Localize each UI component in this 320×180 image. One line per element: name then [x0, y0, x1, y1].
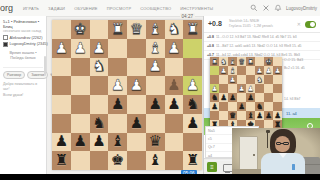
square-f2[interactable]: ♟ — [90, 39, 109, 58]
white-rook: ♜ — [247, 58, 254, 66]
square-h6[interactable] — [52, 114, 71, 133]
square-h4[interactable] — [52, 76, 71, 95]
square-e8[interactable]: ♚ — [108, 151, 127, 170]
square-f6: ♞ — [255, 102, 264, 111]
black-pawn: ♟ — [130, 116, 143, 131]
black-queen: ♛ — [229, 112, 236, 120]
nav-item-community[interactable]: СООБЩЕСТВО — [140, 6, 171, 11]
move-text: Qc7 — [208, 145, 215, 149]
square-d2 — [237, 66, 246, 75]
square-a6: ♟ — [210, 102, 219, 111]
lichess-app: lichess.org ИГРАТЬ ЗАДАЧИ ОБУЧЕНИЕ ПРОСМ… — [0, 0, 320, 174]
square-e1[interactable]: ♜ — [108, 20, 127, 39]
game-sidebar: 5+1 • Рейтинговая • Блиц несколько часов… — [0, 16, 47, 174]
white-bishop: ♝ — [148, 22, 161, 37]
square-g1: ♚ — [264, 57, 273, 66]
square-b2: ♟ — [219, 66, 228, 75]
black-pawn: ♟ — [256, 112, 263, 120]
square-h3 — [273, 75, 282, 84]
top-nav: lichess.org ИГРАТЬ ЗАДАЧИ ОБУЧЕНИЕ ПРОСМ… — [0, 0, 320, 17]
white-knight: ♞ — [256, 76, 263, 84]
square-f5 — [255, 93, 264, 102]
square-f3[interactable]: ♞ — [90, 58, 109, 77]
game-meta: 5+1 • Рейтинговая • Блиц — [3, 19, 43, 29]
notifications-bell-icon[interactable] — [274, 4, 282, 12]
line2-eval: +0.8 — [207, 44, 214, 48]
square-f7: ♟ — [255, 111, 264, 120]
black-king: ♚ — [111, 153, 124, 168]
tab-chat[interactable]: Разговор — [3, 71, 25, 79]
square-c1: ♝ — [228, 57, 237, 66]
square-a1[interactable]: ♜ — [183, 20, 202, 39]
nav-item-puzzles[interactable]: ЗАДАЧИ — [48, 6, 65, 11]
square-a4[interactable]: ♟ — [183, 76, 202, 95]
white-rook: ♜ — [211, 58, 218, 66]
square-d7 — [237, 111, 246, 120]
chess-board[interactable]: ♚♜♛♝♞♜♟♟♟♝♟♞♟♟♟♟♟♟♟♟♞♞♟♟♟♟♟♝♛♜♚♝♜ — [52, 20, 202, 170]
square-d7[interactable] — [127, 133, 146, 152]
sidebar-scrollbar[interactable] — [44, 56, 46, 76]
white-pawn: ♟ — [238, 85, 245, 93]
square-f1[interactable] — [90, 20, 109, 39]
ghost-piece: ♟ — [167, 78, 180, 93]
black-pawn: ♟ — [211, 103, 218, 111]
square-b4 — [219, 84, 228, 93]
square-d5[interactable] — [127, 95, 146, 114]
square-d4: ♟ — [237, 84, 246, 93]
square-d3[interactable] — [127, 58, 146, 77]
square-d8[interactable] — [127, 151, 146, 170]
black-pawn: ♟ — [247, 94, 254, 102]
square-c6 — [228, 102, 237, 111]
square-c5: ♟ — [228, 93, 237, 102]
white-knight: ♞ — [92, 59, 105, 74]
square-a5[interactable]: ♞ — [183, 95, 202, 114]
move-text: Na5 — [208, 129, 215, 133]
white-king: ♚ — [265, 58, 272, 66]
engine-info: Stockfish 14+ NNUE Глубина 15/45 · 1,2M … — [229, 19, 273, 29]
square-f1 — [255, 57, 264, 66]
search-icon[interactable] — [250, 4, 258, 12]
engine-header: +0.8 Stockfish 14+ NNUE Глубина 15/45 · … — [204, 16, 320, 33]
square-e5[interactable]: ♟ — [108, 95, 127, 114]
square-e7[interactable]: ♝ — [108, 133, 127, 152]
square-g2: ♟ — [264, 66, 273, 75]
line2-moves: 11...Bd7 12. axb5 axb5 13. Nbd2 O-O 14. … — [216, 44, 302, 48]
square-h4 — [273, 84, 282, 93]
nav-right-group: LugovoyDmitriy — [246, 4, 317, 12]
square-c7: ♛ — [228, 111, 237, 120]
engine-line-2[interactable]: +0.8 11...Bd7 12. axb5 axb5 13. Nbd2 O-O… — [204, 42, 320, 51]
black-pawn: ♟ — [73, 134, 86, 149]
white-queen: ♛ — [238, 58, 245, 66]
square-b6 — [219, 102, 228, 111]
square-b3 — [219, 75, 228, 84]
square-a1: ♜ — [210, 57, 219, 66]
square-f2: ♟ — [255, 66, 264, 75]
black-pawn: ♟ — [148, 97, 161, 112]
white-pawn: ♟ — [111, 78, 124, 93]
square-f4[interactable] — [90, 76, 109, 95]
square-f3: ♞ — [255, 75, 264, 84]
chat-messages: Добро пожаловать в чат! Всем удачи! — [3, 82, 43, 99]
lichess-logo[interactable]: lichess.org — [0, 3, 13, 13]
game-time-ago: несколько часов назад — [3, 29, 43, 33]
white-pawn: ♟ — [256, 67, 263, 75]
movelist-fragment[interactable]: O-O 15. Bd3 — [284, 58, 303, 62]
square-g4 — [264, 84, 273, 93]
black-pawn: ♟ — [167, 97, 180, 112]
square-e3[interactable] — [108, 58, 127, 77]
square-e2[interactable] — [108, 39, 127, 58]
square-g8[interactable] — [71, 151, 90, 170]
glasses-bridge — [281, 143, 284, 144]
square-a7[interactable] — [183, 133, 202, 152]
square-c3: ♟ — [228, 75, 237, 84]
square-d6: ♟ — [237, 102, 246, 111]
engine-toggle[interactable] — [305, 21, 316, 28]
glasses-right-lens — [283, 142, 289, 145]
white-pawn: ♟ — [274, 67, 281, 75]
close-icon[interactable]: ✕ — [297, 21, 301, 27]
white-pawn: ♟ — [265, 67, 272, 75]
square-c6[interactable] — [146, 114, 165, 133]
square-g4[interactable] — [71, 76, 90, 95]
square-c4 — [228, 84, 237, 93]
square-d3 — [237, 75, 246, 84]
black-queen: ♛ — [148, 134, 161, 149]
square-b7 — [219, 111, 228, 120]
square-f8[interactable] — [90, 151, 109, 170]
door-handle — [253, 154, 255, 156]
challenge-swords-icon[interactable] — [262, 4, 270, 12]
movelist-fragment[interactable]: Bc2 c5 16. d5 — [284, 66, 305, 70]
white-pawn: ♟ — [229, 76, 236, 84]
square-e5: ♟ — [246, 93, 255, 102]
white-pawn: ♟ — [55, 41, 68, 56]
square-h2: ♟ — [273, 66, 282, 75]
square-d1[interactable]: ♛ — [127, 20, 146, 39]
white-rook: ♜ — [186, 22, 199, 37]
square-h1[interactable] — [52, 20, 71, 39]
white-player-row[interactable]: Aleksandrov (2262) — [3, 35, 43, 40]
black-rook: ♜ — [55, 153, 68, 168]
square-h5 — [273, 93, 282, 102]
chat-tabs: Разговор Заметки ✎ — [3, 67, 43, 79]
square-b8[interactable] — [165, 151, 184, 170]
opening-book-icon[interactable]: ≡ — [207, 162, 217, 172]
white-pawn: ♟ — [148, 59, 161, 74]
square-c7[interactable]: ♛ — [146, 133, 165, 152]
white-player-name: Aleksandrov (2262) — [10, 36, 43, 40]
black-knight: ♞ — [211, 94, 218, 102]
black-pawn: ♟ — [229, 94, 236, 102]
square-d5 — [237, 93, 246, 102]
square-e4: ♟ — [246, 84, 255, 93]
move-text: a4 — [208, 154, 212, 158]
black-player-row[interactable]: LugovoyDmitriy (2345) — [3, 42, 43, 47]
square-h3[interactable] — [52, 58, 71, 77]
white-knight: ♞ — [220, 58, 227, 66]
square-e2 — [246, 66, 255, 75]
square-b4[interactable]: ♟ — [165, 76, 184, 95]
white-king: ♚ — [73, 22, 86, 37]
black-knight: ♞ — [186, 97, 199, 112]
square-c5[interactable]: ♟ — [146, 95, 165, 114]
square-g3[interactable] — [71, 58, 90, 77]
square-c1[interactable]: ♝ — [146, 20, 165, 39]
square-g3 — [264, 75, 273, 84]
square-a7 — [210, 111, 219, 120]
game-result: Время вышло • Победа белых — [3, 51, 43, 62]
white-bishop: ♝ — [229, 58, 236, 66]
black-bishop: ♝ — [148, 153, 161, 168]
square-c3[interactable]: ♟ — [146, 58, 165, 77]
square-d2[interactable] — [127, 39, 146, 58]
square-a3 — [210, 75, 219, 84]
toggle-knob — [310, 22, 315, 27]
square-h6 — [273, 102, 282, 111]
square-f4 — [255, 84, 264, 93]
square-d4[interactable]: ♟ — [127, 76, 146, 95]
move-text: c5 — [208, 137, 212, 141]
monitor-base — [225, 172, 230, 173]
nav-item-watch[interactable]: ПРОСМОТР — [107, 6, 132, 11]
square-g2[interactable]: ♟ — [71, 39, 90, 58]
square-e4[interactable]: ♟ — [108, 76, 127, 95]
floor-lamp — [267, 131, 268, 148]
square-e7: ♝ — [246, 111, 255, 120]
white-pawn: ♟ — [247, 85, 254, 93]
square-e6 — [246, 102, 255, 111]
line1-eval: +0.8 — [207, 35, 214, 39]
lamp-head — [266, 130, 270, 133]
square-e1: ♜ — [246, 57, 255, 66]
square-a6[interactable]: ♟ — [183, 114, 202, 133]
square-b5: ♟ — [219, 93, 228, 102]
white-pawn: ♟ — [186, 78, 199, 93]
movelist-fragment[interactable]: 14. h3 Bb7 — [284, 97, 300, 101]
square-a4: ♟ — [210, 84, 219, 93]
current-move: 11. a4 — [286, 111, 297, 116]
black-color-icon — [3, 42, 8, 47]
black-player-name: LugovoyDmitriy (2345) — [10, 42, 48, 46]
square-g6[interactable] — [71, 114, 90, 133]
white-pawn: ♟ — [211, 85, 218, 93]
square-a8[interactable]: ♜ — [183, 151, 202, 170]
black-pawn: ♟ — [111, 97, 124, 112]
square-b1: ♞ — [219, 57, 228, 66]
square-g6 — [264, 102, 273, 111]
webcam-view — [232, 128, 320, 174]
square-a2[interactable] — [183, 39, 202, 58]
black-rook: ♜ — [186, 153, 199, 168]
square-h1 — [273, 57, 282, 66]
square-g5[interactable] — [71, 95, 90, 114]
black-pawn: ♟ — [265, 112, 272, 120]
username[interactable]: LugovoyDmitriy — [286, 6, 317, 11]
square-b7[interactable] — [165, 133, 184, 152]
square-c8[interactable]: ♝ — [146, 151, 165, 170]
white-color-icon — [3, 35, 8, 40]
chat-message: Всем удачи! — [3, 93, 43, 99]
nav-item-tools[interactable]: ИНСТРУМЕНТЫ — [180, 6, 213, 11]
engine-depth: Глубина 15/45 · 1,2M узлов/с — [229, 24, 273, 29]
black-knight: ♞ — [256, 103, 263, 111]
square-c2: ♝ — [228, 66, 237, 75]
result-line2: Победа белых — [3, 56, 43, 61]
square-b2[interactable]: ♟ — [165, 39, 184, 58]
engine-eval: +0.8 — [208, 20, 222, 27]
white-pawn: ♟ — [73, 41, 86, 56]
square-b3[interactable] — [165, 58, 184, 77]
black-pawn: ♟ — [92, 134, 105, 149]
white-pawn: ♟ — [92, 41, 105, 56]
square-g5 — [264, 93, 273, 102]
square-e6[interactable] — [108, 114, 127, 133]
square-a3[interactable] — [183, 58, 202, 77]
square-d1: ♛ — [237, 57, 246, 66]
black-pawn: ♟ — [238, 103, 245, 111]
square-d6[interactable]: ♟ — [127, 114, 146, 133]
black-bishop: ♝ — [247, 112, 254, 120]
white-bishop: ♝ — [148, 41, 161, 56]
square-c2[interactable]: ♝ — [146, 39, 165, 58]
letterbox-bar — [0, 174, 320, 180]
pip-chess-board: ♜♞♝♛♜♚♟♝♟♟♟♟♞♟♟♟♞♟♟♟♟♟♞♛♝♟♟♟♜♝♚♜ — [210, 57, 282, 129]
square-f6[interactable]: ♞ — [90, 114, 109, 133]
black-pawn: ♟ — [186, 116, 199, 131]
white-knight: ♞ — [167, 22, 180, 37]
square-a2 — [210, 66, 219, 75]
square-f7[interactable]: ♟ — [90, 133, 109, 152]
square-g1[interactable]: ♚ — [71, 20, 90, 39]
square-f5[interactable] — [90, 95, 109, 114]
white-clock: 04:27 — [180, 13, 195, 19]
square-h7[interactable]: ♟ — [52, 133, 71, 152]
square-h7: ♟ — [273, 111, 282, 120]
square-c4[interactable] — [146, 76, 165, 95]
chat-message: Добро пожаловать в чат! — [3, 82, 43, 94]
white-pawn: ♟ — [167, 41, 180, 56]
square-h2[interactable]: ♟ — [52, 39, 71, 58]
square-b5[interactable]: ♟ — [165, 95, 184, 114]
white-rook: ♜ — [111, 22, 124, 37]
black-pawn: ♟ — [274, 112, 281, 120]
black-knight: ♞ — [92, 116, 105, 131]
square-g7: ♟ — [264, 111, 273, 120]
black-pawn: ♟ — [55, 134, 68, 149]
shirt-badge — [292, 164, 295, 170]
white-bishop: ♝ — [229, 67, 236, 75]
black-bishop: ♝ — [111, 134, 124, 149]
white-queen: ♛ — [130, 22, 143, 37]
white-pawn: ♟ — [220, 67, 227, 75]
square-g7[interactable]: ♟ — [71, 133, 90, 152]
nav-item-play[interactable]: ИГРАТЬ — [23, 6, 39, 11]
square-b1[interactable]: ♞ — [165, 20, 184, 39]
square-h8[interactable]: ♜ — [52, 151, 71, 170]
square-h5[interactable] — [52, 95, 71, 114]
black-pawn: ♟ — [220, 94, 227, 102]
square-b6[interactable] — [165, 114, 184, 133]
square-a5: ♞ — [210, 93, 219, 102]
line1-moves: 11...O-O 12. h3 Bd7 13. Nbd2 Rfe8 14. d5… — [216, 35, 297, 39]
square-e3 — [246, 75, 255, 84]
engine-line-1[interactable]: +0.8 11...O-O 12. h3 Bd7 13. Nbd2 Rfe8 1… — [204, 33, 320, 42]
white-pawn: ♟ — [130, 78, 143, 93]
nav-item-learn[interactable]: ОБУЧЕНИЕ — [74, 6, 98, 11]
